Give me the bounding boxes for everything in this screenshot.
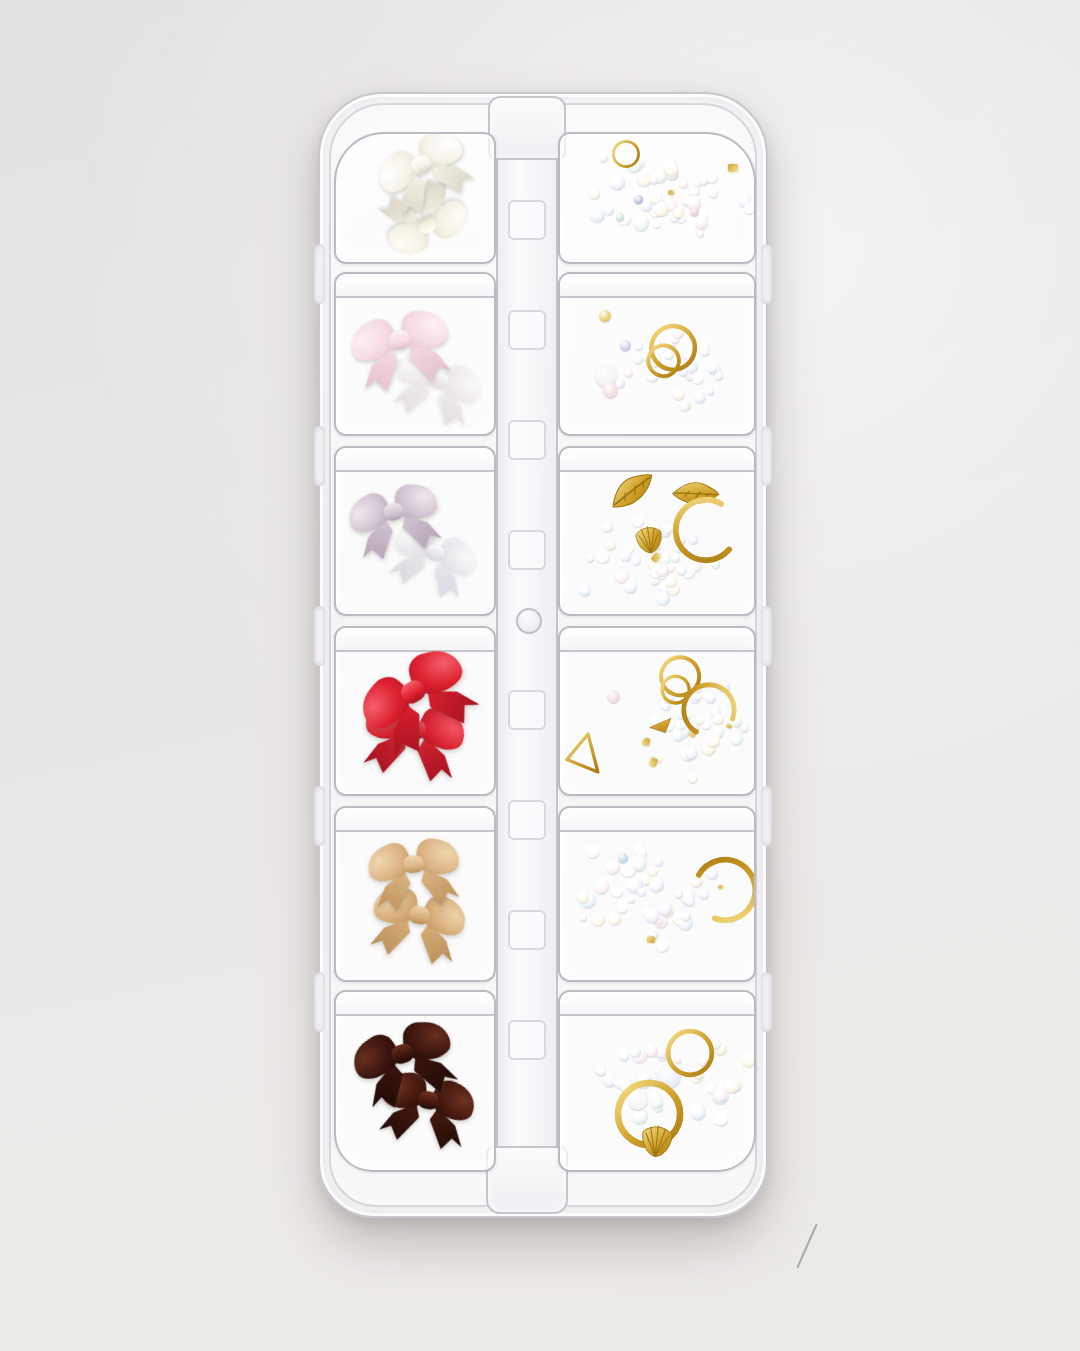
ab-rhinestone [606,860,620,874]
gold-sequin [728,164,738,172]
gold-shell-charm [634,1116,680,1162]
pearl-bead [599,310,611,322]
compartment-well [560,830,754,980]
gold-triangle-charm [560,728,610,779]
ab-rhinestone [634,216,649,231]
ab-rhinestone [649,877,664,892]
ab-rhinestone [648,866,658,876]
ab-rhinestone [608,912,621,925]
ab-rhinestone [656,592,669,605]
compartment-lid [336,274,494,298]
spine-segment [508,910,546,950]
center-spine [496,130,558,1176]
compartment-lid [560,628,754,652]
photo-stage [0,0,1080,1351]
compartment-well [336,650,494,794]
compartment-well [560,296,754,434]
compartment-lid [336,992,494,1016]
case-edge-bump [761,606,772,666]
ab-rhinestone [645,908,660,923]
gold-double-ring-charm [634,318,706,390]
spine-segment [508,800,546,840]
ab-rhinestone [580,914,587,921]
ab-rhinestone [654,202,669,217]
ab-rhinestone [624,580,637,593]
ab-rhinestone [586,844,601,859]
ab-rhinestone [731,733,743,745]
ab-rhinestone [691,1104,706,1119]
compartment-L6 [334,990,496,1172]
pearl-bead [620,340,631,351]
case-edge-bump [314,606,325,666]
ab-rhinestone [632,855,648,871]
compartment-lid [336,448,494,472]
case-edge-bump [314,972,325,1032]
ab-rhinestone [590,208,604,222]
ab-rhinestone [679,399,691,411]
ab-rhinestone [620,1051,630,1061]
compartment-L1 [334,132,496,264]
spine-segment [508,690,546,730]
ab-rhinestone [592,913,605,926]
ab-rhinestone [715,372,723,380]
pearl-bead [690,207,699,216]
ab-rhinestone [725,1079,740,1094]
case-edge-bump [314,786,325,846]
ab-rhinestone [709,189,718,198]
ab-rhinestone [653,220,661,228]
case-edge-bump [761,426,772,486]
spine-screw [516,608,542,634]
compartment-L4 [334,626,496,796]
gold-sequin [648,757,658,768]
gold-sequin [644,737,652,746]
spine-segment [508,200,546,240]
case-top-latch [488,96,566,160]
ab-rhinestone [744,203,754,214]
compartment-well [336,296,494,434]
ab-rhinestone [604,205,614,215]
ab-rhinestone [714,1111,729,1126]
ab-rhinestone [612,887,622,897]
pearl-bead [603,383,618,398]
spine-segment [508,420,546,460]
compartment-well [336,470,494,614]
ab-rhinestone [700,177,708,185]
ab-rhinestone [610,175,625,190]
ab-rhinestone [656,564,668,576]
plastic-case [318,92,768,1218]
case-edge-bump [761,786,772,846]
ab-rhinestone [655,857,663,865]
ab-rhinestone [688,772,699,783]
ab-rhinestone [673,388,685,400]
ab-rhinestone [589,188,599,198]
compartment-well [336,1014,494,1170]
ab-rhinestone [740,723,749,732]
ab-rhinestone [742,1053,754,1067]
ab-rhinestone [638,888,646,896]
spine-segment [508,1020,546,1060]
pearl-bead [607,690,620,703]
compartment-L2 [334,272,496,436]
ab-rhinestone [713,1087,728,1102]
ab-rhinestone [624,368,633,377]
case-edge-bump [314,244,325,304]
compartment-well [560,470,754,614]
ab-rhinestone [665,163,678,176]
ab-rhinestone [681,911,691,921]
case-edge-bump [761,244,772,304]
compartment-lid [560,448,754,472]
ab-rhinestone [630,1047,640,1057]
ab-rhinestone [665,575,677,587]
pearl-bead [618,853,628,863]
case-edge-bump [761,972,772,1032]
case-bottom-latch [486,1146,568,1214]
ab-rhinestone [650,176,658,184]
ab-rhinestone [577,890,590,903]
ab-rhinestone [596,549,610,563]
ab-rhinestone [656,939,670,953]
compartment-lid [336,628,494,652]
ab-rhinestone [695,215,708,228]
compartment-lid [560,274,754,298]
ab-rhinestone [707,387,715,395]
ab-rhinestone [621,551,632,562]
ab-rhinestone [697,230,704,237]
compartment-lid [336,808,494,832]
case-edge-bump [314,426,325,486]
compartment-R6 [558,990,756,1172]
stray-fiber [796,1224,817,1269]
ab-rhinestone [679,179,688,188]
ab-rhinestone [594,878,609,893]
ab-rhinestone [617,901,629,913]
compartment-well [336,134,494,262]
compartment-R4 [558,626,756,796]
ab-rhinestone [686,747,698,759]
ab-rhinestone [605,539,616,550]
ab-rhinestone [587,554,594,561]
gold-ring-charm [664,1027,716,1079]
ribbon-bow-charm [364,833,465,917]
compartment-L3 [334,446,496,616]
compartment-L5 [334,806,496,982]
compartment-well [336,830,494,980]
ab-rhinestone [579,583,591,595]
compartment-well [560,1014,754,1170]
spine-segment [508,530,546,570]
ab-rhinestone [599,153,608,162]
compartment-R2 [558,272,756,436]
compartment-R3 [558,446,756,616]
compartment-R1 [558,132,756,264]
compartment-well [560,650,754,794]
ab-rhinestone [694,391,706,403]
compartment-lid [560,808,754,832]
compartment-lid [560,992,754,1016]
spine-segment [508,310,546,350]
compartment-R5 [558,806,756,982]
gold-leaf-charm [602,470,662,514]
ab-rhinestone [602,522,612,532]
gold-sequin [647,935,656,943]
ab-rhinestone [597,1066,606,1075]
ab-rhinestone [708,364,717,373]
compartment-well [560,134,754,262]
ab-rhinestone [628,895,635,902]
ab-rhinestone [637,172,651,186]
